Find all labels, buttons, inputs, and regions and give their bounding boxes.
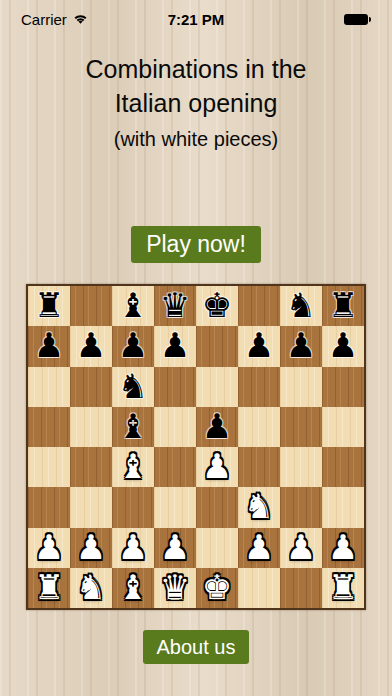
- square-h4: [322, 447, 364, 487]
- white-pawn-piece: ♟: [244, 530, 274, 564]
- square-e6: [196, 367, 238, 407]
- black-pawn-piece: ♟: [244, 328, 274, 362]
- square-b2: ♟: [70, 528, 112, 568]
- status-left: Carrier: [21, 11, 89, 28]
- square-b3: [70, 487, 112, 527]
- square-a3: [28, 487, 70, 527]
- square-c4: ♝: [112, 447, 154, 487]
- square-f8: [238, 286, 280, 326]
- white-knight-piece: ♞: [244, 489, 274, 523]
- status-right: [344, 14, 368, 25]
- play-now-button[interactable]: Play now!: [131, 226, 261, 263]
- square-f2: ♟: [238, 528, 280, 568]
- square-f3: ♞: [238, 487, 280, 527]
- square-a5: [28, 407, 70, 447]
- square-c5: ♝: [112, 407, 154, 447]
- square-d7: ♟: [154, 326, 196, 366]
- square-b5: [70, 407, 112, 447]
- black-rook-piece: ♜: [34, 288, 64, 322]
- square-b1: ♞: [70, 568, 112, 608]
- app-screen: Carrier 7:21 PM Combinations in the Ital…: [0, 0, 392, 696]
- square-a1: ♜: [28, 568, 70, 608]
- square-f6: [238, 367, 280, 407]
- black-knight-piece: ♞: [118, 369, 148, 403]
- square-d3: [154, 487, 196, 527]
- black-pawn-piece: ♟: [118, 328, 148, 362]
- square-a2: ♟: [28, 528, 70, 568]
- square-c8: ♝: [112, 286, 154, 326]
- white-pawn-piece: ♟: [328, 530, 358, 564]
- white-king-piece: ♚: [202, 570, 232, 604]
- square-d5: [154, 407, 196, 447]
- square-f4: [238, 447, 280, 487]
- square-h7: ♟: [322, 326, 364, 366]
- square-c7: ♟: [112, 326, 154, 366]
- square-b4: [70, 447, 112, 487]
- carrier-label: Carrier: [21, 11, 67, 28]
- black-bishop-piece: ♝: [118, 409, 148, 443]
- chess-board: ♜♝♛♚♞♜♟♟♟♟♟♟♟♞♝♟♝♟♞♟♟♟♟♟♟♟♜♞♝♛♚♜: [26, 284, 366, 610]
- square-g5: [280, 407, 322, 447]
- square-g7: ♟: [280, 326, 322, 366]
- black-queen-piece: ♛: [160, 288, 190, 322]
- square-h5: [322, 407, 364, 447]
- white-queen-piece: ♛: [160, 570, 190, 604]
- square-h3: [322, 487, 364, 527]
- square-a8: ♜: [28, 286, 70, 326]
- battery-icon: [344, 14, 368, 25]
- square-e2: [196, 528, 238, 568]
- page-title: Combinations in the Italian opening: [86, 52, 307, 120]
- square-f1: [238, 568, 280, 608]
- black-pawn-piece: ♟: [328, 328, 358, 362]
- black-pawn-piece: ♟: [76, 328, 106, 362]
- square-g4: [280, 447, 322, 487]
- white-pawn-piece: ♟: [34, 530, 64, 564]
- square-d2: ♟: [154, 528, 196, 568]
- square-a6: [28, 367, 70, 407]
- page-subtitle: (with white pieces): [114, 126, 279, 152]
- black-pawn-piece: ♟: [160, 328, 190, 362]
- square-f5: [238, 407, 280, 447]
- black-knight-piece: ♞: [286, 288, 316, 322]
- white-pawn-piece: ♟: [76, 530, 106, 564]
- square-h8: ♜: [322, 286, 364, 326]
- square-g3: [280, 487, 322, 527]
- square-d8: ♛: [154, 286, 196, 326]
- square-g2: ♟: [280, 528, 322, 568]
- square-e3: [196, 487, 238, 527]
- square-g8: ♞: [280, 286, 322, 326]
- square-g1: [280, 568, 322, 608]
- black-rook-piece: ♜: [328, 288, 358, 322]
- square-e5: ♟: [196, 407, 238, 447]
- white-pawn-piece: ♟: [160, 530, 190, 564]
- square-d6: [154, 367, 196, 407]
- white-knight-piece: ♞: [76, 570, 106, 604]
- square-e1: ♚: [196, 568, 238, 608]
- wifi-icon: [72, 13, 89, 25]
- square-d4: [154, 447, 196, 487]
- white-bishop-piece: ♝: [118, 449, 148, 483]
- status-bar: Carrier 7:21 PM: [0, 0, 392, 32]
- square-c1: ♝: [112, 568, 154, 608]
- page-title-line2: Italian opening: [86, 86, 307, 120]
- page-title-line1: Combinations in the: [86, 52, 307, 86]
- square-d1: ♛: [154, 568, 196, 608]
- black-pawn-piece: ♟: [202, 409, 232, 443]
- square-c3: [112, 487, 154, 527]
- square-g6: [280, 367, 322, 407]
- black-pawn-piece: ♟: [286, 328, 316, 362]
- square-e8: ♚: [196, 286, 238, 326]
- square-e4: ♟: [196, 447, 238, 487]
- white-rook-piece: ♜: [328, 570, 358, 604]
- square-h2: ♟: [322, 528, 364, 568]
- white-bishop-piece: ♝: [118, 570, 148, 604]
- about-us-button[interactable]: About us: [143, 630, 250, 664]
- white-pawn-piece: ♟: [202, 449, 232, 483]
- square-b8: [70, 286, 112, 326]
- square-c6: ♞: [112, 367, 154, 407]
- square-b7: ♟: [70, 326, 112, 366]
- white-pawn-piece: ♟: [118, 530, 148, 564]
- square-c2: ♟: [112, 528, 154, 568]
- black-king-piece: ♚: [202, 288, 232, 322]
- square-f7: ♟: [238, 326, 280, 366]
- white-pawn-piece: ♟: [286, 530, 316, 564]
- black-bishop-piece: ♝: [118, 288, 148, 322]
- square-h1: ♜: [322, 568, 364, 608]
- white-rook-piece: ♜: [34, 570, 64, 604]
- square-a4: [28, 447, 70, 487]
- square-h6: [322, 367, 364, 407]
- square-a7: ♟: [28, 326, 70, 366]
- square-e7: [196, 326, 238, 366]
- black-pawn-piece: ♟: [34, 328, 64, 362]
- square-b6: [70, 367, 112, 407]
